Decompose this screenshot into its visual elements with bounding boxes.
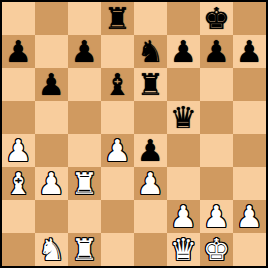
square-b6[interactable]: ♟ [35,68,68,101]
square-d4[interactable]: ♟ [101,134,134,167]
square-e8[interactable] [134,2,167,35]
square-b3[interactable]: ♟ [35,167,68,200]
square-h2[interactable]: ♟ [233,200,266,233]
square-f6[interactable] [167,68,200,101]
square-c4[interactable] [68,134,101,167]
square-g3[interactable] [200,167,233,200]
black-pawn[interactable]: ♟ [236,35,263,68]
square-d5[interactable] [101,101,134,134]
square-c2[interactable] [68,200,101,233]
square-g1[interactable]: ♚ [200,233,233,266]
square-a2[interactable] [2,200,35,233]
white-pawn[interactable]: ♟ [236,200,263,233]
square-b4[interactable] [35,134,68,167]
square-b2[interactable] [35,200,68,233]
square-c7[interactable]: ♟ [68,35,101,68]
chess-board: ♜♚♟♟♞♟♟♟♟♝♜♛♟♟♟♝♟♜♟♟♟♟♞♜♛♚ [2,2,266,266]
square-c3[interactable]: ♜ [68,167,101,200]
square-d8[interactable]: ♜ [101,2,134,35]
square-b5[interactable] [35,101,68,134]
square-e5[interactable] [134,101,167,134]
black-pawn[interactable]: ♟ [137,134,164,167]
black-queen[interactable]: ♛ [170,101,197,134]
black-pawn[interactable]: ♟ [5,35,32,68]
square-h8[interactable] [233,2,266,35]
black-pawn[interactable]: ♟ [38,68,65,101]
square-a3[interactable]: ♝ [2,167,35,200]
square-e6[interactable]: ♜ [134,68,167,101]
white-rook[interactable]: ♜ [71,167,98,200]
white-pawn[interactable]: ♟ [203,200,230,233]
square-a7[interactable]: ♟ [2,35,35,68]
square-f8[interactable] [167,2,200,35]
square-d2[interactable] [101,200,134,233]
square-c8[interactable] [68,2,101,35]
square-b7[interactable] [35,35,68,68]
square-a4[interactable]: ♟ [2,134,35,167]
white-queen[interactable]: ♛ [170,233,197,266]
square-d1[interactable] [101,233,134,266]
square-f7[interactable]: ♟ [167,35,200,68]
black-knight[interactable]: ♞ [137,35,164,68]
white-knight[interactable]: ♞ [38,233,65,266]
square-e7[interactable]: ♞ [134,35,167,68]
square-f5[interactable]: ♛ [167,101,200,134]
square-f4[interactable] [167,134,200,167]
square-g2[interactable]: ♟ [200,200,233,233]
square-f1[interactable]: ♛ [167,233,200,266]
square-a6[interactable] [2,68,35,101]
square-g5[interactable] [200,101,233,134]
square-b8[interactable] [35,2,68,35]
white-pawn[interactable]: ♟ [170,200,197,233]
black-rook[interactable]: ♜ [104,2,131,35]
square-f2[interactable]: ♟ [167,200,200,233]
square-d7[interactable] [101,35,134,68]
square-c6[interactable] [68,68,101,101]
square-d6[interactable]: ♝ [101,68,134,101]
white-bishop[interactable]: ♝ [5,167,32,200]
square-g6[interactable] [200,68,233,101]
white-pawn[interactable]: ♟ [5,134,32,167]
white-pawn[interactable]: ♟ [104,134,131,167]
square-c5[interactable] [68,101,101,134]
square-g4[interactable] [200,134,233,167]
square-b1[interactable]: ♞ [35,233,68,266]
square-e2[interactable] [134,200,167,233]
square-e4[interactable]: ♟ [134,134,167,167]
chess-board-frame: ♜♚♟♟♞♟♟♟♟♝♜♛♟♟♟♝♟♜♟♟♟♟♞♜♛♚ [0,0,268,268]
black-bishop[interactable]: ♝ [104,68,131,101]
black-rook[interactable]: ♜ [137,68,164,101]
black-king[interactable]: ♚ [203,2,230,35]
black-pawn[interactable]: ♟ [203,35,230,68]
black-pawn[interactable]: ♟ [71,35,98,68]
square-h5[interactable] [233,101,266,134]
square-a1[interactable] [2,233,35,266]
white-king[interactable]: ♚ [203,233,230,266]
square-h4[interactable] [233,134,266,167]
white-pawn[interactable]: ♟ [38,167,65,200]
square-h6[interactable] [233,68,266,101]
square-g8[interactable]: ♚ [200,2,233,35]
square-c1[interactable]: ♜ [68,233,101,266]
square-f3[interactable] [167,167,200,200]
square-a5[interactable] [2,101,35,134]
square-h3[interactable] [233,167,266,200]
square-e1[interactable] [134,233,167,266]
square-h7[interactable]: ♟ [233,35,266,68]
square-d3[interactable] [101,167,134,200]
black-pawn[interactable]: ♟ [170,35,197,68]
white-pawn[interactable]: ♟ [137,167,164,200]
white-rook[interactable]: ♜ [71,233,98,266]
square-h1[interactable] [233,233,266,266]
square-g7[interactable]: ♟ [200,35,233,68]
square-a8[interactable] [2,2,35,35]
square-e3[interactable]: ♟ [134,167,167,200]
